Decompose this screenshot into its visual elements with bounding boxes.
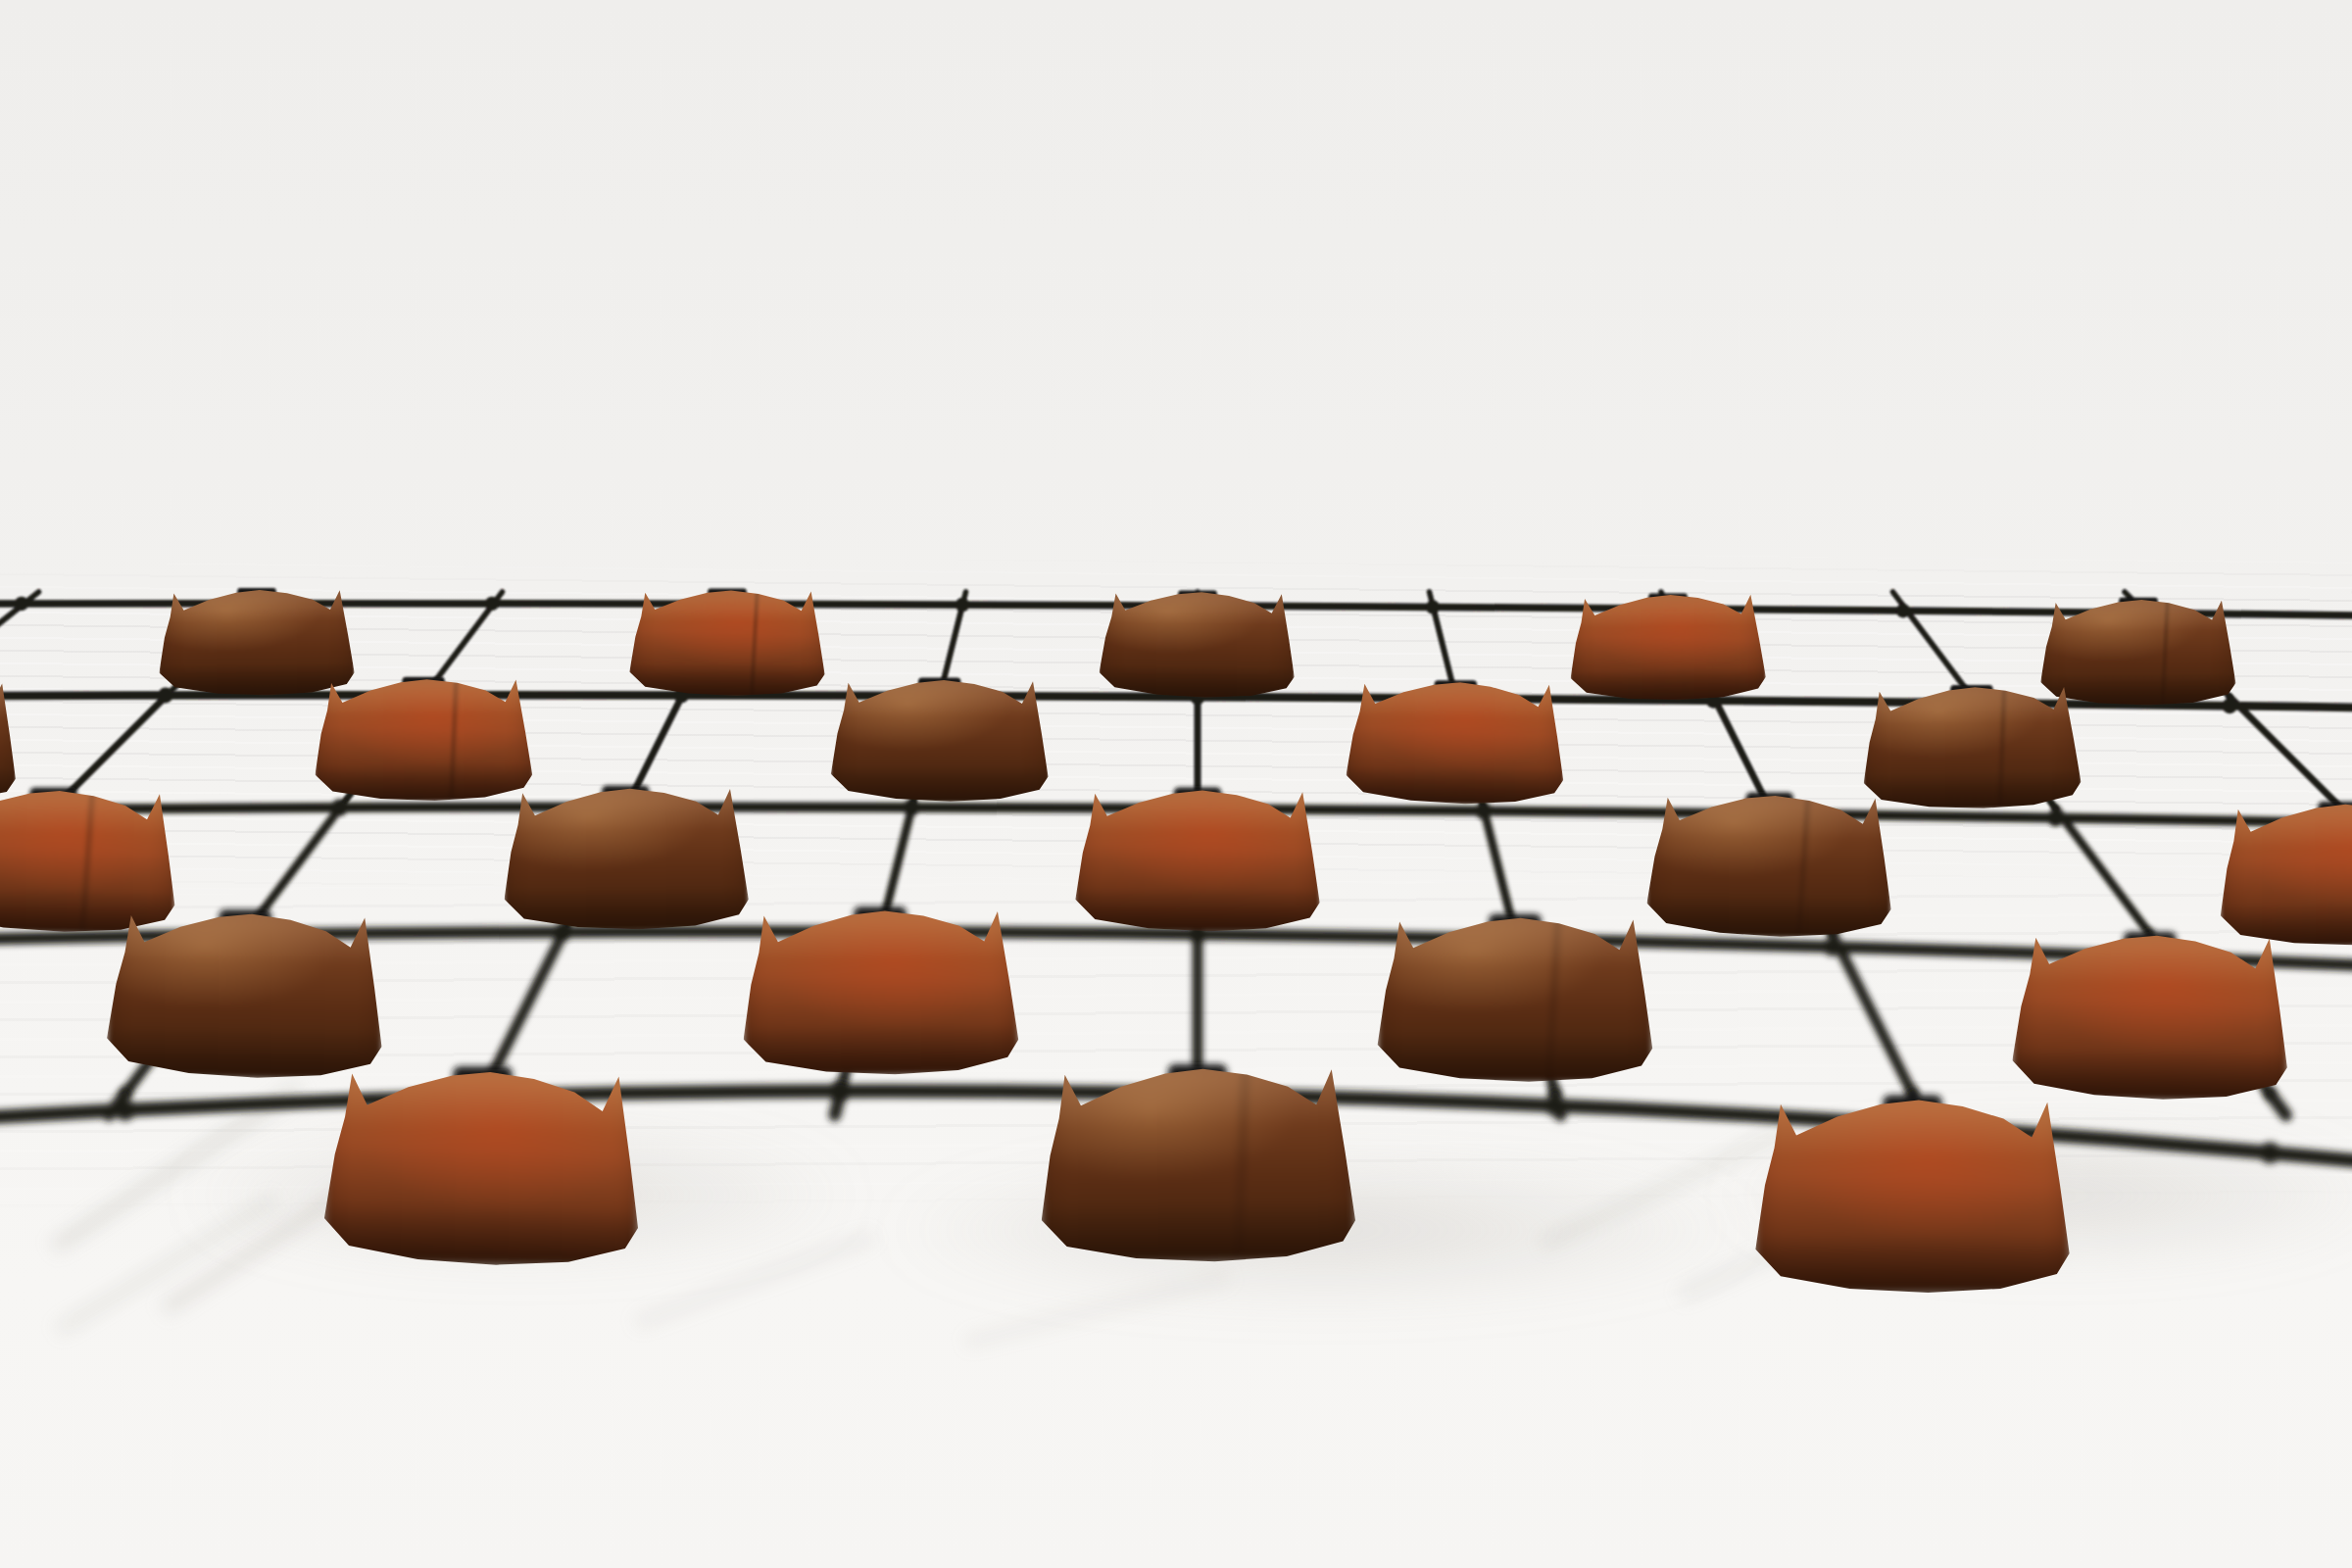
weld-node-r1c1 (15, 597, 28, 611)
vertical-wire-k3-seg1 (1903, 606, 1972, 697)
weld-node-r1c9 (1896, 604, 1910, 617)
weld-node-r2c10 (2222, 698, 2237, 713)
vertical-wire-k2-seg4 (1833, 934, 1913, 1094)
weld-node-r3c7 (1475, 803, 1493, 820)
vertical-wire-k3-seg3 (2056, 808, 2150, 934)
vertical-wire-k2-seg2 (1714, 697, 1770, 808)
weld-node-r3c9 (2047, 809, 2065, 827)
vertical-wire-k4-seg2 (2229, 697, 2341, 808)
weld-node-r1c3 (485, 597, 499, 611)
weld-node-r5c7 (1544, 1095, 1566, 1116)
weld-node-r3c5 (903, 799, 920, 816)
weld-node-r5c9 (2259, 1142, 2280, 1163)
weld-node-r4c8 (1823, 937, 1841, 955)
weld-node-r1c7 (1426, 600, 1440, 613)
vertical-wire-k3-seg5 (2270, 1094, 2286, 1115)
weld-node-r1c5 (955, 598, 969, 612)
weld-node-r3c3 (331, 799, 349, 816)
weld-node-r2c2 (158, 688, 173, 704)
photo-of-copper-grid-wall-art (0, 0, 2352, 1568)
weld-node-r5c3 (115, 1100, 136, 1121)
weld-node-r5c5 (829, 1080, 851, 1102)
vertical-wire-k-5-seg1 (0, 606, 22, 697)
